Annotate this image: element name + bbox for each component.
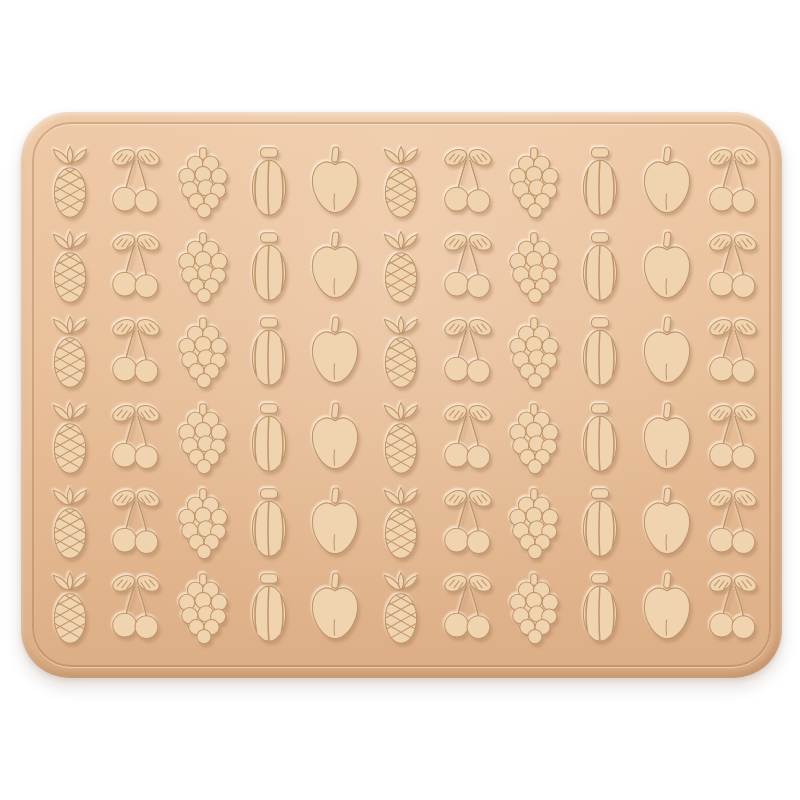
cavity-cherry	[435, 140, 501, 225]
grape-shape-icon	[174, 145, 232, 221]
cavity-apple	[633, 140, 699, 225]
pineapple-shape-icon	[41, 230, 99, 306]
cherry-shape-icon	[107, 486, 165, 562]
grape-shape-icon	[505, 145, 563, 221]
banana-shape-icon	[240, 571, 298, 647]
cavity-pineapple	[37, 396, 103, 481]
apple-shape-icon	[306, 230, 364, 306]
cavity-banana	[567, 567, 633, 652]
grape-shape-icon	[174, 571, 232, 647]
cavity-grape	[170, 567, 236, 652]
grape-shape-icon	[505, 486, 563, 562]
photo-background	[0, 0, 800, 800]
cavity-banana	[567, 225, 633, 310]
cavity-banana	[567, 481, 633, 566]
cavity-banana	[236, 225, 302, 310]
cavity-grape	[170, 481, 236, 566]
cherry-shape-icon	[107, 230, 165, 306]
grape-shape-icon	[505, 571, 563, 647]
grape-shape-icon	[174, 315, 232, 391]
pineapple-shape-icon	[41, 315, 99, 391]
apple-shape-icon	[638, 571, 696, 647]
cavity-banana	[236, 567, 302, 652]
cavity-pineapple	[37, 225, 103, 310]
cavity-grape	[170, 140, 236, 225]
cavity-cherry	[700, 396, 766, 481]
cherry-shape-icon	[439, 230, 497, 306]
pineapple-shape-icon	[41, 486, 99, 562]
grape-shape-icon	[174, 230, 232, 306]
cherry-shape-icon	[704, 315, 762, 391]
cavity-cherry	[103, 225, 169, 310]
cavity-apple	[633, 567, 699, 652]
cavity-cherry	[103, 481, 169, 566]
cavity-pineapple	[368, 396, 434, 481]
banana-shape-icon	[571, 315, 629, 391]
banana-shape-icon	[240, 145, 298, 221]
cavity-apple	[302, 311, 368, 396]
cavity-cherry	[435, 311, 501, 396]
cavity-banana	[236, 396, 302, 481]
cherry-shape-icon	[439, 145, 497, 221]
cavity-banana	[567, 396, 633, 481]
cavity-apple	[302, 396, 368, 481]
cavity-banana	[236, 481, 302, 566]
cavity-cherry	[435, 481, 501, 566]
apple-shape-icon	[306, 486, 364, 562]
cavity-apple	[633, 481, 699, 566]
pineapple-shape-icon	[41, 145, 99, 221]
cavity-cherry	[103, 396, 169, 481]
apple-shape-icon	[306, 401, 364, 477]
cavity-grape	[501, 481, 567, 566]
cavity-pineapple	[37, 140, 103, 225]
cavity-apple	[633, 225, 699, 310]
cavity-grape	[501, 567, 567, 652]
grape-shape-icon	[505, 230, 563, 306]
cavity-apple	[633, 396, 699, 481]
grape-shape-icon	[174, 486, 232, 562]
cavity-cherry	[103, 311, 169, 396]
cavity-pineapple	[368, 567, 434, 652]
banana-shape-icon	[240, 486, 298, 562]
cherry-shape-icon	[107, 315, 165, 391]
cherry-shape-icon	[107, 401, 165, 477]
cavity-cherry	[103, 140, 169, 225]
banana-shape-icon	[571, 230, 629, 306]
apple-shape-icon	[306, 315, 364, 391]
apple-shape-icon	[638, 145, 696, 221]
pineapple-shape-icon	[372, 315, 430, 391]
cavity-grape	[501, 140, 567, 225]
cherry-shape-icon	[439, 401, 497, 477]
cavity-banana	[567, 140, 633, 225]
cavity-cherry	[700, 140, 766, 225]
cavity-cherry	[700, 225, 766, 310]
cavity-apple	[302, 140, 368, 225]
cavity-cherry	[103, 567, 169, 652]
banana-shape-icon	[571, 571, 629, 647]
pineapple-shape-icon	[372, 486, 430, 562]
cavity-grid	[37, 140, 766, 652]
cavity-pineapple	[368, 225, 434, 310]
cherry-shape-icon	[439, 486, 497, 562]
cavity-grape	[501, 311, 567, 396]
pineapple-shape-icon	[372, 230, 430, 306]
pineapple-shape-icon	[372, 401, 430, 477]
banana-shape-icon	[240, 230, 298, 306]
cavity-apple	[302, 481, 368, 566]
cavity-cherry	[700, 311, 766, 396]
grape-shape-icon	[174, 401, 232, 477]
apple-shape-icon	[638, 230, 696, 306]
cavity-cherry	[435, 396, 501, 481]
cavity-cherry	[435, 225, 501, 310]
cavity-pineapple	[368, 140, 434, 225]
cherry-shape-icon	[107, 145, 165, 221]
cavity-cherry	[435, 567, 501, 652]
banana-shape-icon	[240, 401, 298, 477]
cavity-apple	[633, 311, 699, 396]
apple-shape-icon	[638, 401, 696, 477]
banana-shape-icon	[571, 145, 629, 221]
pineapple-shape-icon	[41, 571, 99, 647]
cavity-grape	[501, 396, 567, 481]
cavity-cherry	[700, 481, 766, 566]
apple-shape-icon	[306, 571, 364, 647]
cavity-banana	[567, 311, 633, 396]
grape-shape-icon	[505, 401, 563, 477]
cherry-shape-icon	[439, 571, 497, 647]
silicone-mold	[21, 112, 782, 678]
cherry-shape-icon	[107, 571, 165, 647]
cherry-shape-icon	[704, 571, 762, 647]
cherry-shape-icon	[704, 401, 762, 477]
cavity-cherry	[700, 567, 766, 652]
cavity-grape	[170, 396, 236, 481]
cherry-shape-icon	[704, 145, 762, 221]
apple-shape-icon	[638, 315, 696, 391]
pineapple-shape-icon	[372, 571, 430, 647]
cavity-grape	[501, 225, 567, 310]
pineapple-shape-icon	[372, 145, 430, 221]
cavity-pineapple	[37, 311, 103, 396]
cavity-pineapple	[368, 311, 434, 396]
banana-shape-icon	[571, 401, 629, 477]
cherry-shape-icon	[704, 486, 762, 562]
cavity-pineapple	[37, 481, 103, 566]
cavity-grape	[170, 311, 236, 396]
cavity-apple	[302, 567, 368, 652]
banana-shape-icon	[240, 315, 298, 391]
cherry-shape-icon	[704, 230, 762, 306]
cavity-grape	[170, 225, 236, 310]
cavity-banana	[236, 140, 302, 225]
cavity-banana	[236, 311, 302, 396]
banana-shape-icon	[571, 486, 629, 562]
apple-shape-icon	[306, 145, 364, 221]
cavity-pineapple	[37, 567, 103, 652]
grape-shape-icon	[505, 315, 563, 391]
apple-shape-icon	[638, 486, 696, 562]
pineapple-shape-icon	[41, 401, 99, 477]
cavity-pineapple	[368, 481, 434, 566]
cherry-shape-icon	[439, 315, 497, 391]
cavity-apple	[302, 225, 368, 310]
